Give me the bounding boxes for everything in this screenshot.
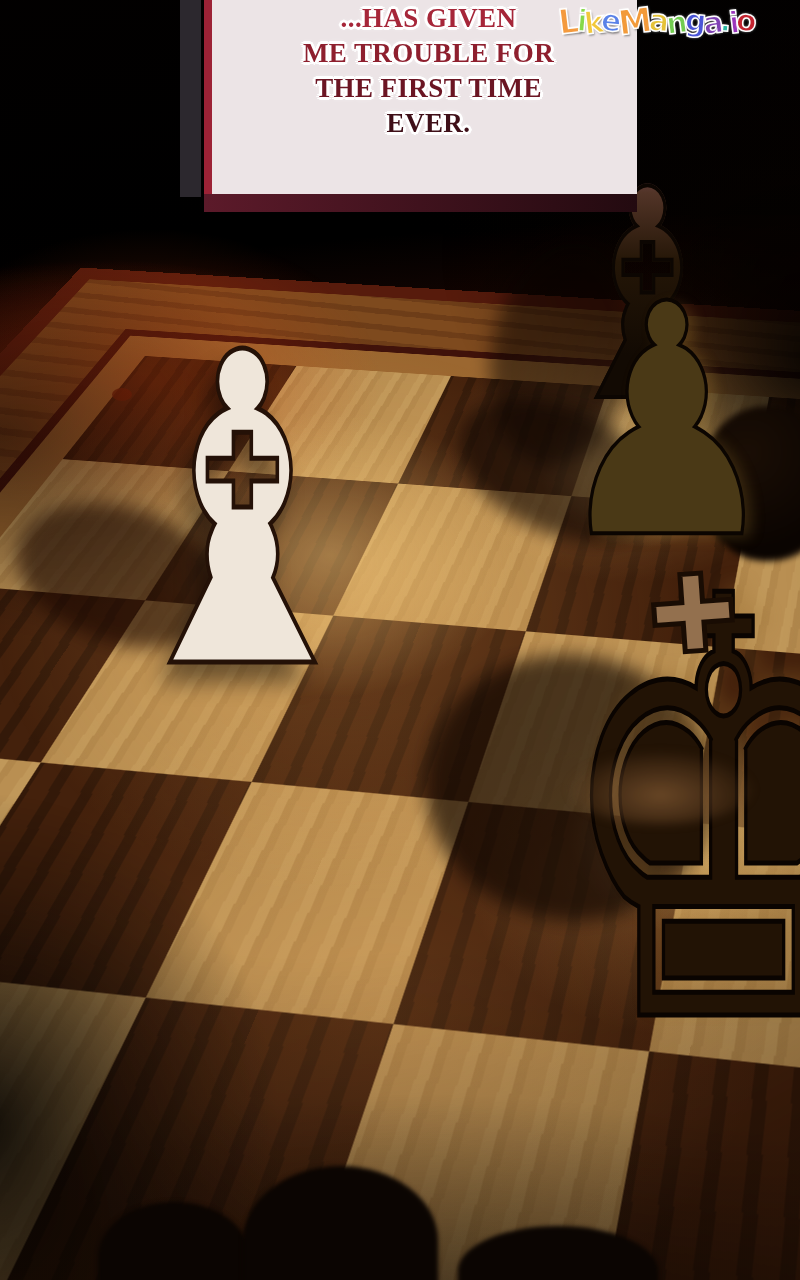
comic-panel[interactable]: ♝ ♟ ♝ ♚ ✚ ...HAS GIVENME TROUBLE FORTHE … <box>0 0 800 1280</box>
site-watermark: LikeManga.io <box>558 2 800 40</box>
speech-bubble-bottom-band <box>204 194 637 212</box>
chess-board <box>0 268 800 1280</box>
bubble-left-gap <box>180 0 201 197</box>
board-grid <box>0 356 800 1280</box>
speech-line: ME TROUBLE FOR <box>220 36 637 71</box>
watermark-letter: o <box>735 2 759 40</box>
speech-line: EVER. <box>220 106 637 141</box>
wood-knot <box>112 388 132 401</box>
speech-line: THE FIRST TIME <box>220 71 637 106</box>
